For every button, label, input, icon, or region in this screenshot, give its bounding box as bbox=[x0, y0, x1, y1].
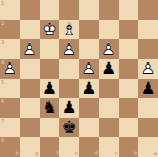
file-label-f: f bbox=[56, 151, 58, 156]
square-g6[interactable] bbox=[20, 98, 40, 118]
square-h8[interactable]: 8h bbox=[0, 137, 20, 157]
square-f5[interactable]: ♟ bbox=[40, 79, 60, 99]
square-b7[interactable] bbox=[119, 118, 139, 138]
white-pawn-icon: ♟♙ bbox=[2, 60, 17, 77]
square-h5[interactable]: 5 bbox=[0, 79, 20, 99]
rank-label-6: 6 bbox=[1, 99, 4, 104]
square-g2[interactable] bbox=[20, 20, 40, 40]
square-b1[interactable] bbox=[119, 0, 139, 20]
square-e5[interactable] bbox=[59, 79, 79, 99]
file-label-g: g bbox=[35, 151, 38, 156]
square-e2[interactable]: ♝♗ bbox=[59, 20, 79, 40]
white-pawn-icon: ♟♙ bbox=[141, 60, 156, 77]
square-d8[interactable]: d bbox=[79, 137, 99, 157]
square-d7[interactable] bbox=[79, 118, 99, 138]
square-e4[interactable] bbox=[59, 59, 79, 79]
square-d5[interactable]: ♟ bbox=[79, 79, 99, 99]
square-a7[interactable] bbox=[138, 118, 158, 138]
white-pawn-icon: ♟♙ bbox=[101, 41, 116, 58]
square-c3[interactable]: ♟♙ bbox=[99, 39, 119, 59]
black-pawn-icon: ♟ bbox=[42, 80, 57, 97]
file-label-d: d bbox=[95, 151, 98, 156]
square-c4[interactable]: ♟ bbox=[99, 59, 119, 79]
square-h1[interactable]: 1 bbox=[0, 0, 20, 20]
square-h4[interactable]: 4♟♙ bbox=[0, 59, 20, 79]
square-d3[interactable] bbox=[79, 39, 99, 59]
rank-label-8: 8 bbox=[1, 138, 4, 143]
square-e1[interactable] bbox=[59, 0, 79, 20]
square-h6[interactable]: 6 bbox=[0, 98, 20, 118]
white-king-icon: ♚♔ bbox=[42, 21, 57, 38]
square-a5[interactable]: ♟ bbox=[138, 79, 158, 99]
square-g1[interactable] bbox=[20, 0, 40, 20]
square-g5[interactable] bbox=[20, 79, 40, 99]
black-pawn-icon: ♟ bbox=[62, 99, 77, 116]
square-b5[interactable] bbox=[119, 79, 139, 99]
square-d4[interactable]: ♟♙ bbox=[79, 59, 99, 79]
white-pawn-icon: ♟♙ bbox=[62, 41, 77, 58]
black-king-icon: ♚ bbox=[62, 119, 77, 136]
white-pawn-icon: ♟♙ bbox=[22, 41, 37, 58]
rank-label-7: 7 bbox=[1, 119, 4, 124]
file-label-h: h bbox=[16, 151, 19, 156]
square-c6[interactable] bbox=[99, 98, 119, 118]
square-a3[interactable] bbox=[138, 39, 158, 59]
square-f1[interactable] bbox=[40, 0, 60, 20]
square-a2[interactable] bbox=[138, 20, 158, 40]
square-g7[interactable] bbox=[20, 118, 40, 138]
square-f8[interactable]: f bbox=[40, 137, 60, 157]
rank-label-2: 2 bbox=[1, 21, 4, 26]
chess-board: 12♚♔♝♗3♟♙♟♙♟♙4♟♙♟♙♟♟♙5♟♟♟6♞♟7♚8hgfedcba bbox=[0, 0, 158, 157]
white-bishop-icon: ♝♗ bbox=[62, 21, 77, 38]
square-e8[interactable]: e bbox=[59, 137, 79, 157]
square-f4[interactable] bbox=[40, 59, 60, 79]
file-label-c: c bbox=[115, 151, 118, 156]
square-e3[interactable]: ♟♙ bbox=[59, 39, 79, 59]
black-pawn-icon: ♟ bbox=[81, 80, 96, 97]
file-label-a: a bbox=[154, 151, 157, 156]
square-f3[interactable] bbox=[40, 39, 60, 59]
square-c8[interactable]: c bbox=[99, 137, 119, 157]
square-g4[interactable] bbox=[20, 59, 40, 79]
square-c2[interactable] bbox=[99, 20, 119, 40]
square-h7[interactable]: 7 bbox=[0, 118, 20, 138]
square-c1[interactable] bbox=[99, 0, 119, 20]
square-a6[interactable] bbox=[138, 98, 158, 118]
square-a8[interactable]: a bbox=[138, 137, 158, 157]
black-knight-icon: ♞ bbox=[42, 99, 57, 116]
file-label-b: b bbox=[134, 151, 137, 156]
rank-label-5: 5 bbox=[1, 80, 4, 85]
square-b8[interactable]: b bbox=[119, 137, 139, 157]
square-c7[interactable] bbox=[99, 118, 119, 138]
file-label-e: e bbox=[75, 151, 78, 156]
square-b6[interactable] bbox=[119, 98, 139, 118]
square-f7[interactable] bbox=[40, 118, 60, 138]
rank-label-3: 3 bbox=[1, 40, 4, 45]
square-f2[interactable]: ♚♔ bbox=[40, 20, 60, 40]
square-g3[interactable]: ♟♙ bbox=[20, 39, 40, 59]
black-pawn-icon: ♟ bbox=[141, 80, 156, 97]
square-d6[interactable] bbox=[79, 98, 99, 118]
square-b4[interactable] bbox=[119, 59, 139, 79]
square-e6[interactable]: ♟ bbox=[59, 98, 79, 118]
square-b3[interactable] bbox=[119, 39, 139, 59]
square-e7[interactable]: ♚ bbox=[59, 118, 79, 138]
white-pawn-icon: ♟♙ bbox=[81, 60, 96, 77]
square-a1[interactable] bbox=[138, 0, 158, 20]
black-pawn-icon: ♟ bbox=[101, 60, 116, 77]
square-b2[interactable] bbox=[119, 20, 139, 40]
square-f6[interactable]: ♞ bbox=[40, 98, 60, 118]
square-g8[interactable]: g bbox=[20, 137, 40, 157]
square-h2[interactable]: 2 bbox=[0, 20, 20, 40]
rank-label-1: 1 bbox=[1, 1, 4, 6]
square-c5[interactable] bbox=[99, 79, 119, 99]
square-a4[interactable]: ♟♙ bbox=[138, 59, 158, 79]
square-d2[interactable] bbox=[79, 20, 99, 40]
square-d1[interactable] bbox=[79, 0, 99, 20]
square-h3[interactable]: 3 bbox=[0, 39, 20, 59]
